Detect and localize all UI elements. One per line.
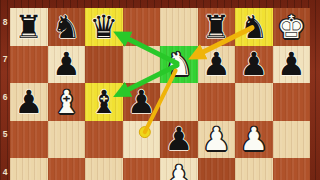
square-f4[interactable] bbox=[198, 158, 236, 180]
square-f7[interactable]: ♟ bbox=[198, 46, 236, 84]
piece-white-bishop-b6: ♝ bbox=[48, 83, 86, 121]
square-f8[interactable]: ♜ bbox=[198, 8, 236, 46]
square-g8[interactable]: ♞ bbox=[235, 8, 273, 46]
square-h6[interactable] bbox=[273, 83, 311, 121]
square-g7[interactable]: ♟ bbox=[235, 46, 273, 84]
square-e6[interactable] bbox=[160, 83, 198, 121]
piece-black-pawn-f7: ♟ bbox=[198, 46, 236, 84]
piece-black-bishop-c6: ♝ bbox=[85, 83, 123, 121]
piece-white-pawn-f5: ♟ bbox=[198, 121, 236, 159]
square-e4[interactable]: ♟ bbox=[160, 158, 198, 180]
square-b6[interactable]: ♝ bbox=[48, 83, 86, 121]
square-h7[interactable]: ♟ bbox=[273, 46, 311, 84]
square-h8[interactable]: ♚ bbox=[273, 8, 311, 46]
piece-black-knight-g8: ♞ bbox=[235, 8, 273, 46]
piece-white-king-h8: ♚ bbox=[273, 8, 311, 46]
square-d7[interactable] bbox=[123, 46, 161, 84]
square-c4[interactable] bbox=[85, 158, 123, 180]
piece-black-rook-a8: ♜ bbox=[10, 8, 48, 46]
piece-black-pawn-d6: ♟ bbox=[123, 83, 161, 121]
piece-black-pawn-h7: ♟ bbox=[273, 46, 311, 84]
square-e7[interactable]: ♞ bbox=[160, 46, 198, 84]
square-a8[interactable]: ♜ bbox=[10, 8, 48, 46]
square-h5[interactable] bbox=[273, 121, 311, 159]
square-d5[interactable] bbox=[123, 121, 161, 159]
square-b4[interactable] bbox=[48, 158, 86, 180]
square-g6[interactable] bbox=[235, 83, 273, 121]
square-e5[interactable]: ♟ bbox=[160, 121, 198, 159]
square-f6[interactable] bbox=[198, 83, 236, 121]
chess-thumbnail-stage: 87654 ♜♞♛♜♞♚♟♞♟♟♟♟♝♝♟♟♟♟♟ bbox=[0, 0, 320, 180]
square-c5[interactable] bbox=[85, 121, 123, 159]
piece-black-pawn-a6: ♟ bbox=[10, 83, 48, 121]
square-g4[interactable] bbox=[235, 158, 273, 180]
square-f5[interactable]: ♟ bbox=[198, 121, 236, 159]
piece-white-pawn-e4: ♟ bbox=[160, 158, 198, 180]
square-c8[interactable]: ♛ bbox=[85, 8, 123, 46]
square-b8[interactable]: ♞ bbox=[48, 8, 86, 46]
square-h4[interactable] bbox=[273, 158, 311, 180]
square-a5[interactable] bbox=[10, 121, 48, 159]
square-b7[interactable]: ♟ bbox=[48, 46, 86, 84]
piece-black-pawn-g7: ♟ bbox=[235, 46, 273, 84]
rank-label-6: 6 bbox=[0, 93, 10, 102]
piece-black-queen-c8: ♛ bbox=[85, 8, 123, 46]
piece-black-rook-f8: ♜ bbox=[198, 8, 236, 46]
rank-label-7: 7 bbox=[0, 55, 10, 64]
piece-black-pawn-e5: ♟ bbox=[160, 121, 198, 159]
square-d8[interactable] bbox=[123, 8, 161, 46]
square-a6[interactable]: ♟ bbox=[10, 83, 48, 121]
square-b5[interactable] bbox=[48, 121, 86, 159]
square-g5[interactable]: ♟ bbox=[235, 121, 273, 159]
square-a4[interactable] bbox=[10, 158, 48, 180]
piece-white-knight-e7: ♞ bbox=[160, 46, 198, 84]
piece-white-pawn-g5: ♟ bbox=[235, 121, 273, 159]
piece-black-pawn-b7: ♟ bbox=[48, 46, 86, 84]
rank-label-4: 4 bbox=[0, 168, 10, 177]
square-d4[interactable] bbox=[123, 158, 161, 180]
square-d6[interactable]: ♟ bbox=[123, 83, 161, 121]
rank-label-8: 8 bbox=[0, 18, 10, 27]
square-e8[interactable] bbox=[160, 8, 198, 46]
square-a7[interactable] bbox=[10, 46, 48, 84]
chess-board: ♜♞♛♜♞♚♟♞♟♟♟♟♝♝♟♟♟♟♟ bbox=[10, 8, 310, 180]
rank-label-5: 5 bbox=[0, 130, 10, 139]
square-c6[interactable]: ♝ bbox=[85, 83, 123, 121]
piece-black-knight-b8: ♞ bbox=[48, 8, 86, 46]
square-c7[interactable] bbox=[85, 46, 123, 84]
rank-label-column: 87654 bbox=[0, 0, 10, 180]
